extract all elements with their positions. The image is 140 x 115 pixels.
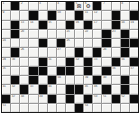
- black-cell-r2c13: [112, 11, 120, 19]
- black-cell-r9c6: [48, 76, 56, 84]
- clue-number: 54: [85, 104, 88, 108]
- black-cell-r1c11: [93, 2, 101, 10]
- cell-r11c3[interactable]: 48: [20, 95, 28, 103]
- clue-number: 20: [21, 30, 24, 34]
- cell-r6c8[interactable]: [66, 48, 74, 56]
- clue-number: 10: [57, 11, 60, 15]
- clue-number: 44: [48, 85, 51, 89]
- cell-r7c12[interactable]: [102, 58, 110, 66]
- clue-number: 27: [57, 48, 60, 52]
- black-cell-r3c13: [112, 21, 120, 29]
- clue-number: 49: [39, 95, 42, 99]
- black-cell-r11c15: [130, 95, 138, 103]
- cell-r12c5[interactable]: [39, 104, 47, 112]
- cell-r12c11[interactable]: [93, 104, 101, 112]
- cell-r10c2[interactable]: 42: [11, 85, 19, 93]
- cell-r10c7[interactable]: [57, 85, 65, 93]
- black-cell-r11c8: [66, 95, 74, 103]
- black-cell-r2c15: [130, 11, 138, 19]
- cell-r6c6[interactable]: [48, 48, 56, 56]
- cell-r3c14[interactable]: 18: [121, 21, 129, 29]
- black-cell-r2c9: [75, 11, 83, 19]
- cell-r4c7[interactable]: [57, 30, 65, 38]
- black-cell-r5c7: [57, 39, 65, 47]
- clue-number: 53: [3, 104, 6, 108]
- clue-number: 13: [21, 21, 24, 25]
- cell-r10c15[interactable]: [130, 85, 138, 93]
- cell-r8c15[interactable]: 37: [130, 67, 138, 75]
- clue-number: 22: [85, 30, 88, 34]
- cell-r12c6[interactable]: [48, 104, 56, 112]
- cell-r9c13[interactable]: [112, 76, 120, 84]
- black-cell-r8c10: [84, 67, 92, 75]
- cell-r4c11[interactable]: [93, 30, 101, 38]
- cell-r12c10[interactable]: 54: [84, 104, 92, 112]
- black-cell-r10c9: [75, 85, 83, 93]
- cell-r4c1[interactable]: [2, 30, 10, 38]
- cell-r8c3[interactable]: [20, 67, 28, 75]
- cell-r5c1[interactable]: 24: [2, 39, 10, 47]
- cell-r9c9[interactable]: [75, 76, 83, 84]
- clue-number: 42: [12, 85, 15, 89]
- clue-number: 14: [30, 21, 33, 25]
- cell-r5c2[interactable]: [11, 39, 19, 47]
- cell-r3c6[interactable]: 15: [48, 21, 56, 29]
- cell-r12c8[interactable]: [66, 104, 74, 112]
- cell-r6c7[interactable]: 27: [57, 48, 65, 56]
- clue-number: 3: [39, 2, 41, 6]
- black-cell-r2c4: [29, 11, 37, 19]
- cell-r3c3[interactable]: 13: [20, 21, 28, 29]
- cell-r11c14[interactable]: 52: [121, 95, 129, 103]
- cell-symbol-glyph: ⊠: [75, 2, 83, 10]
- clue-number: 32: [76, 58, 79, 62]
- cell-r5c3[interactable]: [20, 39, 28, 47]
- cell-r11c2[interactable]: 47: [11, 95, 19, 103]
- cell-r7c4[interactable]: [29, 58, 37, 66]
- cell-r4c8[interactable]: 21: [66, 30, 74, 38]
- clue-number: 4: [57, 2, 59, 6]
- cell-r12c2[interactable]: [11, 104, 19, 112]
- clue-number: 46: [94, 85, 97, 89]
- cell-r4c5[interactable]: [39, 30, 47, 38]
- black-cell-r6c11: [93, 48, 101, 56]
- cell-r2c5[interactable]: [39, 11, 47, 19]
- black-cell-r11c6: [48, 95, 56, 103]
- clue-number: 9: [3, 11, 5, 15]
- clue-number: 43: [30, 85, 33, 89]
- cell-r7c7[interactable]: [57, 58, 65, 66]
- cell-r2c3[interactable]: [20, 11, 28, 19]
- clue-number: 31: [48, 58, 51, 62]
- cell-r10c4[interactable]: 43: [29, 85, 37, 93]
- cell-r12c15[interactable]: [130, 104, 138, 112]
- black-cell-r8c12: [102, 67, 110, 75]
- cell-r10c10[interactable]: 45: [84, 85, 92, 93]
- cell-r6c4[interactable]: [29, 48, 37, 56]
- clue-number: 39: [85, 76, 88, 80]
- cell-r3c1[interactable]: [2, 21, 10, 29]
- black-cell-r11c10: [84, 95, 92, 103]
- cell-r7c9[interactable]: 32: [75, 58, 83, 66]
- clue-number: 33: [94, 58, 97, 62]
- black-cell-r3c8: [66, 21, 74, 29]
- cell-r10c6[interactable]: 44: [48, 85, 56, 93]
- cell-r1c1[interactable]: 1: [2, 2, 10, 10]
- black-cell-r7c8: [66, 58, 74, 66]
- black-cell-r4c14: [121, 30, 129, 38]
- cell-r7c1[interactable]: 29: [2, 58, 10, 66]
- cell-r1c4[interactable]: [29, 2, 37, 10]
- black-cell-r9c14: [121, 76, 129, 84]
- clue-number: 40: [103, 76, 106, 80]
- cell-r9c7[interactable]: 38: [57, 76, 65, 84]
- black-cell-r10c5: [39, 85, 47, 93]
- cell-r12c13[interactable]: [112, 104, 120, 112]
- cell-r3c9[interactable]: 16: [75, 21, 83, 29]
- clue-number: 1: [3, 2, 5, 6]
- clue-number: 28: [103, 48, 106, 52]
- cell-r9c12[interactable]: 40: [102, 76, 110, 84]
- cell-r9c1[interactable]: [2, 76, 10, 84]
- clue-number: 51: [103, 95, 106, 99]
- cell-r5c4[interactable]: [29, 39, 37, 47]
- black-cell-r5c14: [121, 39, 129, 47]
- clue-number: 2: [21, 2, 23, 6]
- black-cell-r5c15: [130, 39, 138, 47]
- cell-r1c6[interactable]: [48, 2, 56, 10]
- cell-r9c8[interactable]: [66, 76, 74, 84]
- cell-r7c3[interactable]: [20, 58, 28, 66]
- cell-r11c9[interactable]: [75, 95, 83, 103]
- black-cell-r11c1: [2, 95, 10, 103]
- cell-r2c8[interactable]: [66, 11, 74, 19]
- clue-number: 29: [3, 58, 6, 62]
- cell-r4c15[interactable]: [130, 30, 138, 38]
- cell-r7c14[interactable]: 34: [121, 58, 129, 66]
- cell-r12c3[interactable]: [20, 104, 28, 112]
- cell-r11c11[interactable]: 50: [93, 95, 101, 103]
- crossword-board: 12345⊠6⚙78910111213141516171819202122232…: [1, 1, 139, 113]
- clue-number: 11: [85, 11, 88, 15]
- clue-number: 30: [12, 58, 15, 62]
- clue-number: 34: [121, 58, 124, 62]
- cell-r5c13[interactable]: [112, 39, 120, 47]
- cell-r8c6[interactable]: [48, 67, 56, 75]
- black-cell-r11c13: [112, 95, 120, 103]
- black-cell-r9c2: [11, 76, 19, 84]
- clue-number: 37: [130, 67, 133, 71]
- cell-r5c9[interactable]: [75, 39, 83, 47]
- black-cell-r1c8: [66, 2, 74, 10]
- cell-r3c7[interactable]: [57, 21, 65, 29]
- cell-r4c10[interactable]: 22: [84, 30, 92, 38]
- black-cell-r4c12: [102, 30, 110, 38]
- black-cell-r1c2: [11, 2, 19, 10]
- cell-symbol-glyph: ⚙: [84, 2, 92, 10]
- clue-number: 26: [21, 48, 24, 52]
- cell-r3c4[interactable]: 14: [29, 21, 37, 29]
- cell-r6c12[interactable]: 28: [102, 48, 110, 56]
- clue-number: 7: [103, 2, 105, 6]
- cell-r3c12[interactable]: [102, 21, 110, 29]
- clue-number: 16: [76, 21, 79, 25]
- cell-r1c7[interactable]: 4: [57, 2, 65, 10]
- cell-r5c10[interactable]: [84, 39, 92, 47]
- clue-number: 23: [112, 30, 115, 34]
- black-cell-r12c9: [75, 104, 83, 112]
- black-cell-r5c12: [102, 39, 110, 47]
- cell-r1c5[interactable]: 3: [39, 2, 47, 10]
- clue-number: 52: [121, 95, 124, 99]
- cell-r6c13[interactable]: [112, 48, 120, 56]
- clue-number: 38: [57, 76, 60, 80]
- cell-r1c12[interactable]: 7: [102, 2, 110, 10]
- black-cell-r10c14: [121, 85, 129, 93]
- cell-r8c1[interactable]: 35: [2, 67, 10, 75]
- clue-number: 35: [3, 67, 6, 71]
- clue-number: 15: [48, 21, 51, 25]
- clue-number: 8: [121, 2, 123, 6]
- cell-r4c9[interactable]: [75, 30, 83, 38]
- clue-number: 25: [66, 39, 69, 43]
- cell-r9c10[interactable]: 39: [84, 76, 92, 84]
- black-cell-r7c15: [130, 58, 138, 66]
- cell-r12c14[interactable]: [121, 104, 129, 112]
- clue-number: 47: [12, 95, 15, 99]
- clue-number: 18: [121, 21, 124, 25]
- black-cell-r7c10: [84, 58, 92, 66]
- cell-r7c2[interactable]: 30: [11, 58, 19, 66]
- cell-r11c12[interactable]: 51: [102, 95, 110, 103]
- cell-r2c2[interactable]: [11, 11, 19, 19]
- cell-r5c6[interactable]: [48, 39, 56, 47]
- black-cell-r9c4: [29, 76, 37, 84]
- cell-r2c10[interactable]: 11: [84, 11, 92, 19]
- black-cell-r9c11: [93, 76, 101, 84]
- cell-r8c9[interactable]: [75, 67, 83, 75]
- cell-r5c11[interactable]: [93, 39, 101, 47]
- black-cell-r6c2: [11, 48, 19, 56]
- cell-r10c13[interactable]: [112, 85, 120, 93]
- clue-number: 19: [130, 21, 133, 25]
- cell-r5c8[interactable]: 25: [66, 39, 74, 47]
- black-cell-r3c2: [11, 21, 19, 29]
- black-cell-r6c9: [75, 48, 83, 56]
- black-cell-r10c8: [66, 85, 74, 93]
- cell-r1c9[interactable]: 5⊠: [75, 2, 83, 10]
- cell-r6c10[interactable]: [84, 48, 92, 56]
- cell-r4c3[interactable]: 20: [20, 30, 28, 38]
- clue-number: 45: [85, 85, 88, 89]
- cell-r6c5[interactable]: [39, 48, 47, 56]
- cell-r7c6[interactable]: 31: [48, 58, 56, 66]
- black-cell-r8c8: [66, 67, 74, 75]
- cell-r12c7[interactable]: [57, 104, 65, 112]
- cell-r7c11[interactable]: 33: [93, 58, 101, 66]
- cell-r6c3[interactable]: 26: [20, 48, 28, 56]
- cell-r1c10[interactable]: 6⚙: [84, 2, 92, 10]
- cell-r2c11[interactable]: 12: [93, 11, 101, 19]
- black-cell-r3c5: [39, 21, 47, 29]
- black-cell-r10c3: [20, 85, 28, 93]
- clue-number: 48: [21, 95, 24, 99]
- cell-r1c13[interactable]: [112, 2, 120, 10]
- black-cell-r7c13: [112, 58, 120, 66]
- cell-r2c14[interactable]: [121, 11, 129, 19]
- cell-r9c3[interactable]: [20, 76, 28, 84]
- cell-r1c3[interactable]: 2: [20, 2, 28, 10]
- black-cell-r8c4: [29, 67, 37, 75]
- black-cell-r5c5: [39, 39, 47, 47]
- black-cell-r4c2: [11, 30, 19, 38]
- black-cell-r8c7: [57, 67, 65, 75]
- black-cell-r6c14: [121, 48, 129, 56]
- black-cell-r2c6: [48, 11, 56, 19]
- clue-number: 12: [94, 11, 97, 15]
- black-cell-r3c10: [84, 21, 92, 29]
- cell-r2c1[interactable]: 9: [2, 11, 10, 19]
- clue-number: 24: [3, 39, 6, 43]
- cell-r3c11[interactable]: 17: [93, 21, 101, 29]
- cell-r10c11[interactable]: 46: [93, 85, 101, 93]
- cell-r1c14[interactable]: 8: [121, 2, 129, 10]
- cell-r3c15[interactable]: 19: [130, 21, 138, 29]
- cell-r4c4[interactable]: [29, 30, 37, 38]
- cell-r11c5[interactable]: 49: [39, 95, 47, 103]
- cell-r11c4[interactable]: [29, 95, 37, 103]
- cell-r1c15[interactable]: [130, 2, 138, 10]
- cell-r2c12[interactable]: [102, 11, 110, 19]
- cell-r8c2[interactable]: [11, 67, 19, 75]
- cell-r4c13[interactable]: 23: [112, 30, 120, 38]
- cell-r11c7[interactable]: [57, 95, 65, 103]
- clue-number: 50: [94, 95, 97, 99]
- cell-r12c1[interactable]: 53: [2, 104, 10, 112]
- cell-r10c1[interactable]: 41: [2, 85, 10, 93]
- cell-r9c5[interactable]: [39, 76, 47, 84]
- cell-r8c14[interactable]: [121, 67, 129, 75]
- clue-number: 41: [3, 85, 6, 89]
- cell-r8c11[interactable]: [93, 67, 101, 75]
- clue-number: 21: [66, 30, 69, 34]
- black-cell-r10c12: [102, 85, 110, 93]
- clue-number: 36: [112, 67, 115, 71]
- cell-r2c7[interactable]: 10: [57, 11, 65, 19]
- black-cell-r8c5: [39, 67, 47, 75]
- cell-r12c12[interactable]: [102, 104, 110, 112]
- black-cell-r7c5: [39, 58, 47, 66]
- cell-r8c13[interactable]: 36: [112, 67, 120, 75]
- cell-r4c6[interactable]: [48, 30, 56, 38]
- cell-r6c1[interactable]: [2, 48, 10, 56]
- cell-r6c15[interactable]: [130, 48, 138, 56]
- clue-number: 17: [94, 21, 97, 25]
- cell-r9c15[interactable]: [130, 76, 138, 84]
- cell-r12c4[interactable]: [29, 104, 37, 112]
